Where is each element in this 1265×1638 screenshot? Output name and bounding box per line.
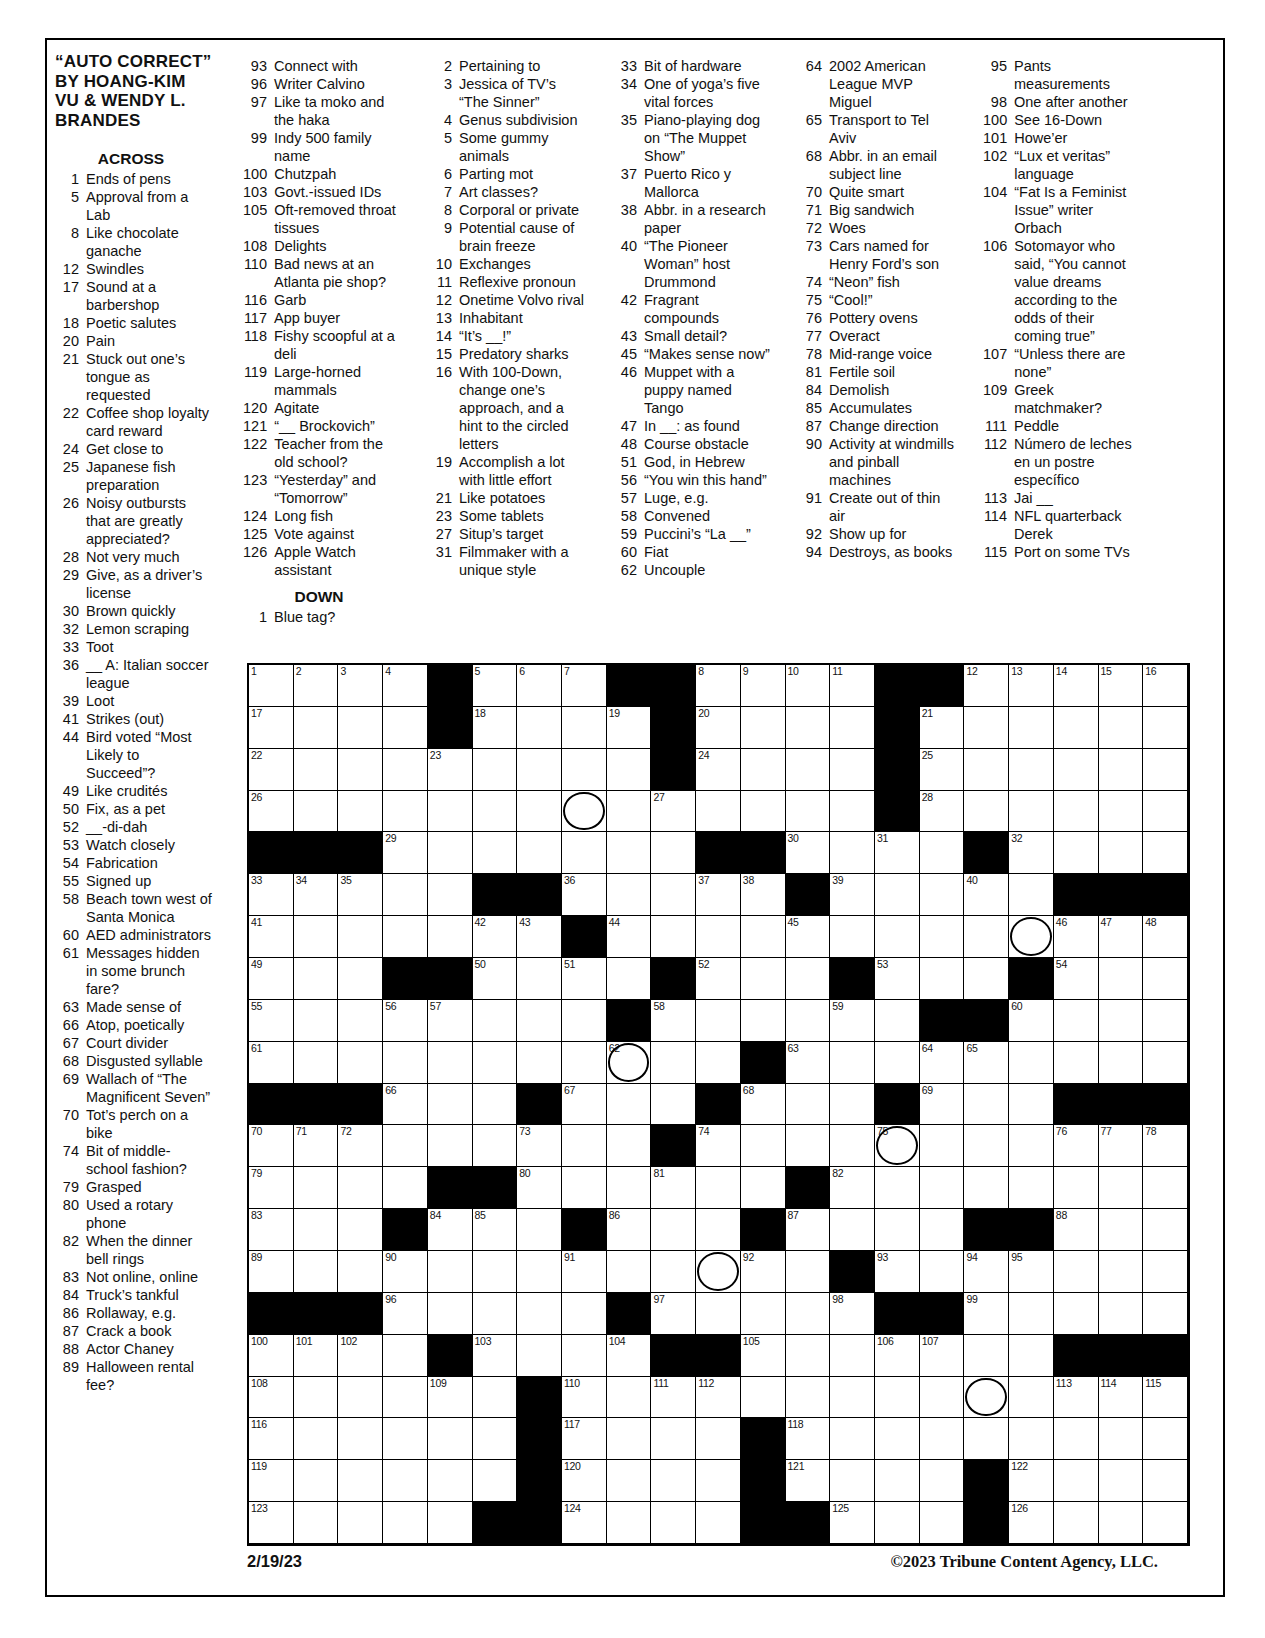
cell-r6c15[interactable] [875, 874, 920, 916]
cell-r19c21[interactable] [1143, 1418, 1188, 1460]
cell-r3c14[interactable] [830, 749, 875, 791]
cell-r18c9[interactable] [607, 1377, 652, 1419]
cell-r18c21[interactable]: 115 [1143, 1377, 1188, 1419]
cell-r9c1[interactable]: 55 [249, 1000, 294, 1042]
cell-r2c17[interactable] [964, 707, 1009, 749]
cell-r9c18[interactable]: 60 [1009, 1000, 1054, 1042]
cell-r13c18[interactable] [1009, 1167, 1054, 1209]
cell-r9c10[interactable]: 58 [651, 1000, 696, 1042]
cell-r21c9[interactable] [607, 1502, 652, 1544]
cell-r6c3[interactable]: 35 [338, 874, 383, 916]
cell-r12c11[interactable]: 74 [696, 1125, 741, 1167]
cell-r10c18[interactable] [1009, 1042, 1054, 1084]
cell-r2c18[interactable] [1009, 707, 1054, 749]
cell-r17c9[interactable]: 104 [607, 1335, 652, 1377]
cell-r7c17[interactable] [964, 916, 1009, 958]
cell-r2c1[interactable]: 17 [249, 707, 294, 749]
cell-r10c9[interactable]: 62 [607, 1042, 652, 1084]
cell-r9c14[interactable]: 59 [830, 1000, 875, 1042]
cell-r1c18[interactable]: 13 [1009, 665, 1054, 707]
cell-r4c8[interactable] [562, 791, 607, 833]
cell-r12c5[interactable] [428, 1125, 473, 1167]
cell-r18c19[interactable]: 113 [1054, 1377, 1099, 1419]
cell-r4c11[interactable] [696, 791, 741, 833]
cell-r2c11[interactable]: 20 [696, 707, 741, 749]
cell-r18c2[interactable] [294, 1377, 339, 1419]
cell-r11c5[interactable] [428, 1084, 473, 1126]
cell-r7c4[interactable] [383, 916, 428, 958]
cell-r12c1[interactable]: 70 [249, 1125, 294, 1167]
cell-r8c12[interactable] [741, 958, 786, 1000]
cell-r13c8[interactable] [562, 1167, 607, 1209]
cell-r18c14[interactable] [830, 1377, 875, 1419]
cell-r21c18[interactable]: 126 [1009, 1502, 1054, 1544]
cell-r7c20[interactable]: 47 [1099, 916, 1144, 958]
cell-r2c12[interactable] [741, 707, 786, 749]
cell-r2c2[interactable] [294, 707, 339, 749]
cell-r3c18[interactable] [1009, 749, 1054, 791]
cell-r10c4[interactable] [383, 1042, 428, 1084]
cell-r2c13[interactable] [786, 707, 831, 749]
cell-r1c14[interactable]: 11 [830, 665, 875, 707]
cell-r14c2[interactable] [294, 1209, 339, 1251]
cell-r3c4[interactable] [383, 749, 428, 791]
cell-r17c18[interactable] [1009, 1335, 1054, 1377]
cell-r14c1[interactable]: 83 [249, 1209, 294, 1251]
cell-r18c15[interactable] [875, 1377, 920, 1419]
cell-r7c11[interactable] [696, 916, 741, 958]
cell-r11c14[interactable] [830, 1084, 875, 1126]
cell-r12c17[interactable] [964, 1125, 1009, 1167]
cell-r10c21[interactable] [1143, 1042, 1188, 1084]
cell-r15c8[interactable]: 91 [562, 1251, 607, 1293]
cell-r18c5[interactable]: 109 [428, 1377, 473, 1419]
cell-r8c20[interactable] [1099, 958, 1144, 1000]
cell-r11c12[interactable]: 68 [741, 1084, 786, 1126]
cell-r19c15[interactable] [875, 1418, 920, 1460]
cell-r6c10[interactable] [651, 874, 696, 916]
cell-r1c19[interactable]: 14 [1054, 665, 1099, 707]
cell-r17c2[interactable]: 101 [294, 1335, 339, 1377]
cell-r13c3[interactable] [338, 1167, 383, 1209]
cell-r11c13[interactable] [786, 1084, 831, 1126]
cell-r4c14[interactable] [830, 791, 875, 833]
cell-r14c14[interactable] [830, 1209, 875, 1251]
cell-r1c12[interactable]: 9 [741, 665, 786, 707]
cell-r10c17[interactable]: 65 [964, 1042, 1009, 1084]
cell-r15c6[interactable] [473, 1251, 518, 1293]
cell-r7c1[interactable]: 41 [249, 916, 294, 958]
cell-r5c6[interactable] [473, 832, 518, 874]
cell-r1c11[interactable]: 8 [696, 665, 741, 707]
cell-r13c1[interactable]: 79 [249, 1167, 294, 1209]
cell-r4c20[interactable] [1099, 791, 1144, 833]
cell-r17c1[interactable]: 100 [249, 1335, 294, 1377]
cell-r3c12[interactable] [741, 749, 786, 791]
cell-r19c10[interactable] [651, 1418, 696, 1460]
cell-r19c13[interactable]: 118 [786, 1418, 831, 1460]
cell-r10c20[interactable] [1099, 1042, 1144, 1084]
cell-r5c15[interactable]: 31 [875, 832, 920, 874]
cell-r4c17[interactable] [964, 791, 1009, 833]
cell-r21c11[interactable] [696, 1502, 741, 1544]
cell-r21c10[interactable] [651, 1502, 696, 1544]
cell-r17c12[interactable]: 105 [741, 1335, 786, 1377]
cell-r9c7[interactable] [517, 1000, 562, 1042]
cell-r5c20[interactable] [1099, 832, 1144, 874]
cell-r9c5[interactable]: 57 [428, 1000, 473, 1042]
cell-r8c11[interactable]: 52 [696, 958, 741, 1000]
cell-r20c15[interactable] [875, 1460, 920, 1502]
cell-r13c4[interactable] [383, 1167, 428, 1209]
cell-r1c13[interactable]: 10 [786, 665, 831, 707]
cell-r12c19[interactable]: 76 [1054, 1125, 1099, 1167]
cell-r3c1[interactable]: 22 [249, 749, 294, 791]
cell-r14c15[interactable] [875, 1209, 920, 1251]
cell-r4c5[interactable] [428, 791, 473, 833]
cell-r1c2[interactable]: 2 [294, 665, 339, 707]
cell-r1c17[interactable]: 12 [964, 665, 1009, 707]
cell-r20c14[interactable] [830, 1460, 875, 1502]
cell-r20c6[interactable] [473, 1460, 518, 1502]
cell-r14c5[interactable]: 84 [428, 1209, 473, 1251]
cell-r17c6[interactable]: 103 [473, 1335, 518, 1377]
cell-r5c8[interactable] [562, 832, 607, 874]
cell-r10c7[interactable] [517, 1042, 562, 1084]
cell-r18c16[interactable] [920, 1377, 965, 1419]
cell-r12c13[interactable] [786, 1125, 831, 1167]
cell-r17c15[interactable]: 106 [875, 1335, 920, 1377]
cell-r10c11[interactable] [696, 1042, 741, 1084]
cell-r10c13[interactable]: 63 [786, 1042, 831, 1084]
cell-r6c5[interactable] [428, 874, 473, 916]
cell-r7c10[interactable] [651, 916, 696, 958]
cell-r3c17[interactable] [964, 749, 1009, 791]
cell-r8c2[interactable] [294, 958, 339, 1000]
cell-r11c16[interactable]: 69 [920, 1084, 965, 1126]
cell-r13c11[interactable] [696, 1167, 741, 1209]
cell-r10c10[interactable] [651, 1042, 696, 1084]
cell-r18c18[interactable] [1009, 1377, 1054, 1419]
cell-r19c2[interactable] [294, 1418, 339, 1460]
cell-r5c21[interactable] [1143, 832, 1188, 874]
cell-r4c9[interactable] [607, 791, 652, 833]
cell-r21c5[interactable] [428, 1502, 473, 1544]
cell-r9c21[interactable] [1143, 1000, 1188, 1042]
cell-r15c17[interactable]: 94 [964, 1251, 1009, 1293]
cell-r12c14[interactable] [830, 1125, 875, 1167]
cell-r3c7[interactable] [517, 749, 562, 791]
cell-r19c18[interactable] [1009, 1418, 1054, 1460]
cell-r3c6[interactable] [473, 749, 518, 791]
cell-r7c5[interactable] [428, 916, 473, 958]
cell-r15c13[interactable] [786, 1251, 831, 1293]
cell-r10c6[interactable] [473, 1042, 518, 1084]
cell-r16c5[interactable] [428, 1293, 473, 1335]
cell-r9c13[interactable] [786, 1000, 831, 1042]
cell-r21c3[interactable] [338, 1502, 383, 1544]
cell-r20c9[interactable] [607, 1460, 652, 1502]
cell-r3c9[interactable] [607, 749, 652, 791]
cell-r7c12[interactable] [741, 916, 786, 958]
cell-r18c4[interactable] [383, 1377, 428, 1419]
cell-r9c8[interactable] [562, 1000, 607, 1042]
cell-r5c10[interactable] [651, 832, 696, 874]
cell-r19c19[interactable] [1054, 1418, 1099, 1460]
cell-r16c20[interactable] [1099, 1293, 1144, 1335]
cell-r16c12[interactable] [741, 1293, 786, 1335]
cell-r15c12[interactable]: 92 [741, 1251, 786, 1293]
cell-r15c1[interactable]: 89 [249, 1251, 294, 1293]
cell-r21c15[interactable] [875, 1502, 920, 1544]
cell-r7c7[interactable]: 43 [517, 916, 562, 958]
cell-r14c3[interactable] [338, 1209, 383, 1251]
cell-r15c20[interactable] [1099, 1251, 1144, 1293]
cell-r5c9[interactable] [607, 832, 652, 874]
cell-r20c2[interactable] [294, 1460, 339, 1502]
cell-r19c20[interactable] [1099, 1418, 1144, 1460]
cell-r5c16[interactable] [920, 832, 965, 874]
cell-r2c19[interactable] [1054, 707, 1099, 749]
cell-r13c21[interactable] [1143, 1167, 1188, 1209]
cell-r3c16[interactable]: 25 [920, 749, 965, 791]
cell-r17c16[interactable]: 107 [920, 1335, 965, 1377]
cell-r6c12[interactable]: 38 [741, 874, 786, 916]
cell-r12c12[interactable] [741, 1125, 786, 1167]
cell-r19c9[interactable] [607, 1418, 652, 1460]
cell-r11c9[interactable] [607, 1084, 652, 1126]
cell-r10c5[interactable] [428, 1042, 473, 1084]
cell-r7c19[interactable]: 46 [1054, 916, 1099, 958]
cell-r11c18[interactable] [1009, 1084, 1054, 1126]
cell-r6c17[interactable]: 40 [964, 874, 1009, 916]
cell-r1c3[interactable]: 3 [338, 665, 383, 707]
cell-r10c8[interactable] [562, 1042, 607, 1084]
cell-r3c21[interactable] [1143, 749, 1188, 791]
cell-r2c9[interactable]: 19 [607, 707, 652, 749]
cell-r17c8[interactable] [562, 1335, 607, 1377]
cell-r21c1[interactable]: 123 [249, 1502, 294, 1544]
cell-r10c1[interactable]: 61 [249, 1042, 294, 1084]
cell-r8c19[interactable]: 54 [1054, 958, 1099, 1000]
cell-r16c6[interactable] [473, 1293, 518, 1335]
cell-r8c3[interactable] [338, 958, 383, 1000]
cell-r19c5[interactable] [428, 1418, 473, 1460]
cell-r13c7[interactable]: 80 [517, 1167, 562, 1209]
cell-r5c5[interactable] [428, 832, 473, 874]
cell-r20c16[interactable] [920, 1460, 965, 1502]
cell-r20c8[interactable]: 120 [562, 1460, 607, 1502]
cell-r8c17[interactable] [964, 958, 1009, 1000]
cell-r10c19[interactable] [1054, 1042, 1099, 1084]
cell-r11c17[interactable] [964, 1084, 1009, 1126]
cell-r4c10[interactable]: 27 [651, 791, 696, 833]
cell-r9c4[interactable]: 56 [383, 1000, 428, 1042]
cell-r2c4[interactable] [383, 707, 428, 749]
cell-r9c15[interactable] [875, 1000, 920, 1042]
cell-r5c14[interactable] [830, 832, 875, 874]
cell-r8c1[interactable]: 49 [249, 958, 294, 1000]
cell-r17c4[interactable] [383, 1335, 428, 1377]
cell-r16c21[interactable] [1143, 1293, 1188, 1335]
cell-r21c16[interactable] [920, 1502, 965, 1544]
cell-r7c14[interactable] [830, 916, 875, 958]
cell-r2c20[interactable] [1099, 707, 1144, 749]
cell-r13c2[interactable] [294, 1167, 339, 1209]
cell-r7c2[interactable] [294, 916, 339, 958]
cell-r10c14[interactable] [830, 1042, 875, 1084]
cell-r11c8[interactable]: 67 [562, 1084, 607, 1126]
cell-r14c21[interactable] [1143, 1209, 1188, 1251]
cell-r7c13[interactable]: 45 [786, 916, 831, 958]
cell-r20c20[interactable] [1099, 1460, 1144, 1502]
cell-r2c7[interactable] [517, 707, 562, 749]
cell-r15c7[interactable] [517, 1251, 562, 1293]
cell-r20c13[interactable]: 121 [786, 1460, 831, 1502]
cell-r14c20[interactable] [1099, 1209, 1144, 1251]
cell-r19c8[interactable]: 117 [562, 1418, 607, 1460]
cell-r3c19[interactable] [1054, 749, 1099, 791]
cell-r15c5[interactable] [428, 1251, 473, 1293]
cell-r13c14[interactable]: 82 [830, 1167, 875, 1209]
cell-r15c21[interactable] [1143, 1251, 1188, 1293]
cell-r12c21[interactable]: 78 [1143, 1125, 1188, 1167]
cell-r18c1[interactable]: 108 [249, 1377, 294, 1419]
cell-r21c20[interactable] [1099, 1502, 1144, 1544]
cell-r13c17[interactable] [964, 1167, 1009, 1209]
cell-r14c6[interactable]: 85 [473, 1209, 518, 1251]
cell-r14c11[interactable] [696, 1209, 741, 1251]
cell-r13c12[interactable] [741, 1167, 786, 1209]
cell-r20c1[interactable]: 119 [249, 1460, 294, 1502]
cell-r19c11[interactable] [696, 1418, 741, 1460]
cell-r13c9[interactable] [607, 1167, 652, 1209]
cell-r11c6[interactable] [473, 1084, 518, 1126]
cell-r10c3[interactable] [338, 1042, 383, 1084]
cell-r15c4[interactable]: 90 [383, 1251, 428, 1293]
cell-r3c8[interactable] [562, 749, 607, 791]
cell-r13c15[interactable] [875, 1167, 920, 1209]
cell-r6c14[interactable]: 39 [830, 874, 875, 916]
cell-r5c7[interactable] [517, 832, 562, 874]
cell-r6c18[interactable] [1009, 874, 1054, 916]
cell-r17c14[interactable] [830, 1335, 875, 1377]
cell-r8c9[interactable] [607, 958, 652, 1000]
cell-r2c6[interactable]: 18 [473, 707, 518, 749]
cell-r20c21[interactable] [1143, 1460, 1188, 1502]
cell-r6c11[interactable]: 37 [696, 874, 741, 916]
cell-r20c19[interactable] [1054, 1460, 1099, 1502]
cell-r6c4[interactable] [383, 874, 428, 916]
cell-r4c7[interactable] [517, 791, 562, 833]
cell-r2c16[interactable]: 21 [920, 707, 965, 749]
cell-r8c7[interactable] [517, 958, 562, 1000]
cell-r8c15[interactable]: 53 [875, 958, 920, 1000]
cell-r6c1[interactable]: 33 [249, 874, 294, 916]
cell-r4c2[interactable] [294, 791, 339, 833]
cell-r11c10[interactable] [651, 1084, 696, 1126]
cell-r12c7[interactable]: 73 [517, 1125, 562, 1167]
cell-r20c10[interactable] [651, 1460, 696, 1502]
cell-r8c8[interactable]: 51 [562, 958, 607, 1000]
cell-r15c16[interactable] [920, 1251, 965, 1293]
cell-r20c11[interactable] [696, 1460, 741, 1502]
cell-r18c11[interactable]: 112 [696, 1377, 741, 1419]
cell-r8c21[interactable] [1143, 958, 1188, 1000]
cell-r11c4[interactable]: 66 [383, 1084, 428, 1126]
cell-r7c9[interactable]: 44 [607, 916, 652, 958]
cell-r16c10[interactable]: 97 [651, 1293, 696, 1335]
cell-r20c3[interactable] [338, 1460, 383, 1502]
cell-r1c1[interactable]: 1 [249, 665, 294, 707]
cell-r12c18[interactable] [1009, 1125, 1054, 1167]
cell-r16c13[interactable] [786, 1293, 831, 1335]
cell-r16c4[interactable]: 96 [383, 1293, 428, 1335]
cell-r4c16[interactable]: 28 [920, 791, 965, 833]
cell-r4c4[interactable] [383, 791, 428, 833]
cell-r16c14[interactable]: 98 [830, 1293, 875, 1335]
cell-r2c3[interactable] [338, 707, 383, 749]
cell-r10c2[interactable] [294, 1042, 339, 1084]
cell-r14c7[interactable] [517, 1209, 562, 1251]
cell-r14c13[interactable]: 87 [786, 1209, 831, 1251]
cell-r3c2[interactable] [294, 749, 339, 791]
cell-r5c13[interactable]: 30 [786, 832, 831, 874]
cell-r12c4[interactable] [383, 1125, 428, 1167]
cell-r19c6[interactable] [473, 1418, 518, 1460]
cell-r4c3[interactable] [338, 791, 383, 833]
cell-r1c21[interactable]: 16 [1143, 665, 1188, 707]
cell-r13c10[interactable]: 81 [651, 1167, 696, 1209]
cell-r7c3[interactable] [338, 916, 383, 958]
cell-r16c19[interactable] [1054, 1293, 1099, 1335]
cell-r16c7[interactable] [517, 1293, 562, 1335]
cell-r9c12[interactable] [741, 1000, 786, 1042]
cell-r18c20[interactable]: 114 [1099, 1377, 1144, 1419]
cell-r9c3[interactable] [338, 1000, 383, 1042]
cell-r12c16[interactable] [920, 1125, 965, 1167]
cell-r21c2[interactable] [294, 1502, 339, 1544]
cell-r9c20[interactable] [1099, 1000, 1144, 1042]
cell-r18c17[interactable] [964, 1377, 1009, 1419]
cell-r17c7[interactable] [517, 1335, 562, 1377]
cell-r12c6[interactable] [473, 1125, 518, 1167]
cell-r10c15[interactable] [875, 1042, 920, 1084]
cell-r10c16[interactable]: 64 [920, 1042, 965, 1084]
cell-r21c21[interactable] [1143, 1502, 1188, 1544]
cell-r3c3[interactable] [338, 749, 383, 791]
cell-r14c10[interactable] [651, 1209, 696, 1251]
cell-r2c8[interactable] [562, 707, 607, 749]
cell-r19c17[interactable] [964, 1418, 1009, 1460]
cell-r18c13[interactable] [786, 1377, 831, 1419]
cell-r16c8[interactable] [562, 1293, 607, 1335]
cell-r3c13[interactable] [786, 749, 831, 791]
cell-r5c4[interactable]: 29 [383, 832, 428, 874]
cell-r5c19[interactable] [1054, 832, 1099, 874]
cell-r19c16[interactable] [920, 1418, 965, 1460]
cell-r9c6[interactable] [473, 1000, 518, 1042]
cell-r9c11[interactable] [696, 1000, 741, 1042]
cell-r21c19[interactable] [1054, 1502, 1099, 1544]
cell-r18c3[interactable] [338, 1377, 383, 1419]
cell-r13c19[interactable] [1054, 1167, 1099, 1209]
cell-r15c10[interactable] [651, 1251, 696, 1293]
cell-r6c8[interactable]: 36 [562, 874, 607, 916]
cell-r9c2[interactable] [294, 1000, 339, 1042]
cell-r19c4[interactable] [383, 1418, 428, 1460]
cell-r7c21[interactable]: 48 [1143, 916, 1188, 958]
